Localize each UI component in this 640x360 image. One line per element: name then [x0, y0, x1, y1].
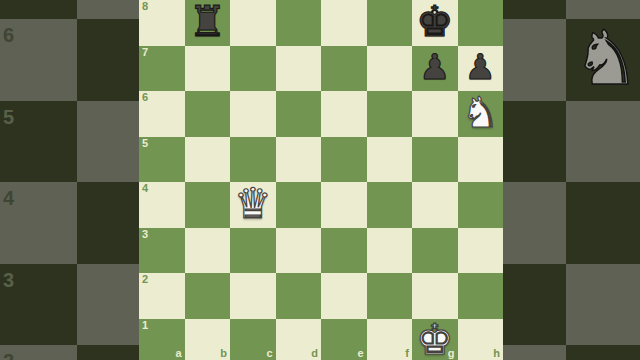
square-d7[interactable] — [276, 46, 322, 92]
square-a3: 3 — [0, 264, 77, 346]
rank-label-2: 2 — [3, 351, 14, 360]
black-pawn[interactable]: ♟ — [465, 50, 496, 85]
square-e5[interactable] — [321, 137, 367, 183]
square-c6[interactable] — [230, 91, 276, 137]
rank-label-2: 2 — [142, 274, 148, 285]
square-a4[interactable]: 4 — [139, 182, 185, 228]
white-king[interactable]: ♚ — [416, 319, 454, 360]
square-g7[interactable]: ♟ — [412, 46, 458, 92]
square-h6[interactable]: ♞ — [458, 91, 504, 137]
square-c7[interactable] — [230, 46, 276, 92]
square-f2[interactable] — [367, 273, 413, 319]
square-b5[interactable] — [185, 137, 231, 183]
square-h2[interactable] — [458, 273, 504, 319]
square-c5[interactable] — [230, 137, 276, 183]
file-label-e: e — [357, 348, 363, 359]
square-f1[interactable]: f — [367, 319, 413, 360]
square-c8[interactable] — [230, 0, 276, 46]
square-g1[interactable]: g♚ — [412, 319, 458, 360]
black-pawn: ♟ — [497, 0, 553, 8]
square-d2[interactable] — [276, 273, 322, 319]
rank-label-8: 8 — [142, 1, 148, 12]
square-h8[interactable] — [458, 0, 504, 46]
square-b2[interactable] — [185, 273, 231, 319]
white-knight[interactable]: ♞ — [461, 92, 499, 134]
black-pawn: ♟ — [578, 0, 634, 8]
square-b1[interactable]: b — [185, 319, 231, 360]
square-e6[interactable] — [321, 91, 367, 137]
square-a6[interactable]: 6 — [139, 91, 185, 137]
square-g2[interactable] — [412, 273, 458, 319]
square-a2: 2 — [0, 345, 77, 360]
rank-label-5: 5 — [3, 107, 14, 127]
file-label-b: b — [220, 348, 227, 359]
square-c1[interactable]: c — [230, 319, 276, 360]
black-pawn[interactable]: ♟ — [419, 50, 450, 85]
square-a7[interactable]: 7 — [139, 46, 185, 92]
rank-label-4: 4 — [142, 183, 148, 194]
square-h1[interactable]: h — [458, 319, 504, 360]
square-e3[interactable] — [321, 228, 367, 274]
square-e2[interactable] — [321, 273, 367, 319]
rank-label-1: 1 — [142, 320, 148, 331]
square-d3[interactable] — [276, 228, 322, 274]
square-e1[interactable]: e — [321, 319, 367, 360]
square-a4: 4 — [0, 182, 77, 264]
white-knight: ♞ — [573, 21, 640, 96]
square-a5: 5 — [0, 101, 77, 183]
square-h4[interactable] — [458, 182, 504, 228]
square-h6: ♞ — [566, 19, 640, 101]
square-f4[interactable] — [367, 182, 413, 228]
square-h3[interactable] — [458, 228, 504, 274]
square-h2 — [566, 345, 640, 360]
file-label-a: a — [175, 348, 181, 359]
square-a2[interactable]: 2 — [139, 273, 185, 319]
square-b7[interactable] — [185, 46, 231, 92]
square-f8[interactable] — [367, 0, 413, 46]
file-label-d: d — [311, 348, 318, 359]
black-rook[interactable]: ♜ — [188, 1, 226, 43]
square-b3[interactable] — [185, 228, 231, 274]
square-d1[interactable]: d — [276, 319, 322, 360]
square-a6: 6 — [0, 19, 77, 101]
rank-label-6: 6 — [142, 92, 148, 103]
square-e8[interactable] — [321, 0, 367, 46]
square-b6[interactable] — [185, 91, 231, 137]
square-b8[interactable]: ♜ — [185, 0, 231, 46]
rank-label-7: 7 — [142, 47, 148, 58]
square-g6[interactable] — [412, 91, 458, 137]
chess-board: 8♜♚7♟♟6♞54♛321abcdefg♚h — [139, 0, 503, 360]
square-h5 — [566, 101, 640, 183]
square-b4[interactable] — [185, 182, 231, 228]
square-g4[interactable] — [412, 182, 458, 228]
square-d6[interactable] — [276, 91, 322, 137]
square-h4 — [566, 182, 640, 264]
square-f6[interactable] — [367, 91, 413, 137]
rank-label-4: 4 — [3, 188, 14, 208]
app-canvas: 8♜♚7♟♟6♞54♛321abcdefg♚h 8♜♚7♟♟6♞54♛321ab… — [0, 0, 640, 360]
black-king[interactable]: ♚ — [416, 1, 454, 43]
square-a5[interactable]: 5 — [139, 137, 185, 183]
square-h7[interactable]: ♟ — [458, 46, 504, 92]
file-label-c: c — [266, 348, 272, 359]
square-d5[interactable] — [276, 137, 322, 183]
square-c2[interactable] — [230, 273, 276, 319]
rank-label-3: 3 — [3, 270, 14, 290]
square-d4[interactable] — [276, 182, 322, 228]
square-h3 — [566, 264, 640, 346]
square-f5[interactable] — [367, 137, 413, 183]
square-f7[interactable] — [367, 46, 413, 92]
rank-label-3: 3 — [142, 229, 148, 240]
rank-label-6: 6 — [3, 25, 14, 45]
square-g5[interactable] — [412, 137, 458, 183]
square-e7[interactable] — [321, 46, 367, 92]
square-f3[interactable] — [367, 228, 413, 274]
square-d8[interactable] — [276, 0, 322, 46]
square-a1[interactable]: 1a — [139, 319, 185, 360]
square-e4[interactable] — [321, 182, 367, 228]
file-label-h: h — [493, 348, 500, 359]
rank-label-5: 5 — [142, 138, 148, 149]
file-label-f: f — [405, 348, 409, 359]
square-c3[interactable] — [230, 228, 276, 274]
square-c4[interactable]: ♛ — [230, 182, 276, 228]
white-queen[interactable]: ♛ — [234, 183, 272, 225]
square-a3[interactable]: 3 — [139, 228, 185, 274]
square-h5[interactable] — [458, 137, 504, 183]
square-g3[interactable] — [412, 228, 458, 274]
square-a7: 7 — [0, 0, 77, 19]
square-a8[interactable]: 8 — [139, 0, 185, 46]
square-g8[interactable]: ♚ — [412, 0, 458, 46]
